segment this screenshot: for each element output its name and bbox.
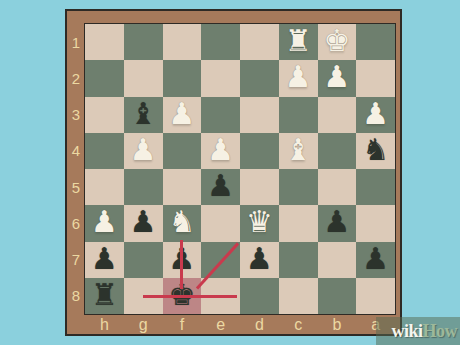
white-pawn-f3[interactable]: ♟ [168, 99, 195, 129]
square-b2[interactable]: ♟ [318, 60, 357, 96]
black-pawn-g6[interactable]: ♟ [130, 207, 157, 237]
white-knight-f6[interactable]: ♞ [168, 207, 195, 237]
square-c6[interactable] [279, 205, 318, 241]
square-g8[interactable] [124, 278, 163, 314]
square-e7[interactable] [201, 242, 240, 278]
white-pawn-e4[interactable]: ♟ [207, 135, 234, 165]
square-g5[interactable] [124, 169, 163, 205]
black-pawn-d7[interactable]: ♟ [246, 244, 273, 274]
square-g6[interactable]: ♟ [124, 205, 163, 241]
square-h7[interactable]: ♟ [85, 242, 124, 278]
white-pawn-c2[interactable]: ♟ [285, 62, 312, 92]
black-pawn-e5[interactable]: ♟ [207, 171, 234, 201]
black-bishop-g3[interactable]: ♝ [130, 99, 157, 129]
square-b8[interactable] [318, 278, 357, 314]
file-label-d: d [240, 314, 279, 335]
square-e3[interactable] [201, 97, 240, 133]
square-h6[interactable]: ♟ [85, 205, 124, 241]
rank-label-6: 6 [67, 205, 85, 241]
rank-label-7: 7 [67, 242, 85, 278]
square-a4[interactable]: ♞ [356, 133, 395, 169]
square-e6[interactable] [201, 205, 240, 241]
rank-label-1: 1 [67, 24, 85, 60]
file-label-e: e [201, 314, 240, 335]
rank-label-8: 8 [67, 278, 85, 314]
square-f5[interactable] [163, 169, 202, 205]
square-c8[interactable] [279, 278, 318, 314]
square-f6[interactable]: ♞ [163, 205, 202, 241]
black-pawn-f7[interactable]: ♟ [168, 244, 195, 274]
watermark-how-text: How [423, 321, 458, 342]
square-h2[interactable] [85, 60, 124, 96]
square-a6[interactable] [356, 205, 395, 241]
square-c7[interactable] [279, 242, 318, 278]
file-label-h: h [85, 314, 124, 335]
square-d7[interactable]: ♟ [240, 242, 279, 278]
black-pawn-a7[interactable]: ♟ [362, 244, 389, 274]
square-e8[interactable] [201, 278, 240, 314]
file-label-g: g [124, 314, 163, 335]
white-pawn-b2[interactable]: ♟ [323, 62, 350, 92]
watermark-wiki-text: wiki [391, 321, 422, 342]
square-b3[interactable] [318, 97, 357, 133]
file-label-f: f [163, 314, 202, 335]
square-e1[interactable] [201, 24, 240, 60]
square-g2[interactable] [124, 60, 163, 96]
file-label-b: b [318, 314, 357, 335]
white-rook-c1[interactable]: ♜ [285, 26, 312, 56]
square-d6[interactable]: ♛ [240, 205, 279, 241]
square-h4[interactable] [85, 133, 124, 169]
square-b6[interactable]: ♟ [318, 205, 357, 241]
square-d3[interactable] [240, 97, 279, 133]
chess-diagram: 12345678 ♜♚♟♟♝♟♟♟♟♝♞♟♟♟♞♛♟♟♟♟♟♜♚ hgfedcb… [0, 0, 460, 345]
white-king-b1[interactable]: ♚ [323, 26, 350, 56]
square-a8[interactable] [356, 278, 395, 314]
white-pawn-h6[interactable]: ♟ [91, 207, 118, 237]
square-g7[interactable] [124, 242, 163, 278]
rank-label-3: 3 [67, 97, 85, 133]
black-pawn-b6[interactable]: ♟ [323, 207, 350, 237]
square-d4[interactable] [240, 133, 279, 169]
square-a7[interactable]: ♟ [356, 242, 395, 278]
board: ♜♚♟♟♝♟♟♟♟♝♞♟♟♟♞♛♟♟♟♟♟♜♚ [85, 24, 395, 314]
square-f8[interactable]: ♚ [163, 278, 202, 314]
white-queen-d6[interactable]: ♛ [246, 207, 273, 237]
white-pawn-a3[interactable]: ♟ [362, 99, 389, 129]
square-d2[interactable] [240, 60, 279, 96]
square-f1[interactable] [163, 24, 202, 60]
square-f2[interactable] [163, 60, 202, 96]
square-c4[interactable]: ♝ [279, 133, 318, 169]
rank-label-2: 2 [67, 60, 85, 96]
square-e2[interactable] [201, 60, 240, 96]
square-a1[interactable] [356, 24, 395, 60]
square-f4[interactable] [163, 133, 202, 169]
white-bishop-c4[interactable]: ♝ [285, 135, 312, 165]
black-king-f8[interactable]: ♚ [168, 280, 195, 310]
rank-labels: 12345678 [67, 24, 85, 314]
square-f3[interactable]: ♟ [163, 97, 202, 133]
square-d8[interactable] [240, 278, 279, 314]
square-d1[interactable] [240, 24, 279, 60]
square-h5[interactable] [85, 169, 124, 205]
square-a3[interactable]: ♟ [356, 97, 395, 133]
square-e4[interactable]: ♟ [201, 133, 240, 169]
board-frame: 12345678 ♜♚♟♟♝♟♟♟♟♝♞♟♟♟♞♛♟♟♟♟♟♜♚ hgfedcb… [65, 9, 402, 336]
white-pawn-g4[interactable]: ♟ [130, 135, 157, 165]
wikihow-watermark: wikiHow [376, 317, 460, 345]
square-h1[interactable] [85, 24, 124, 60]
square-b5[interactable] [318, 169, 357, 205]
square-c3[interactable] [279, 97, 318, 133]
square-b7[interactable] [318, 242, 357, 278]
square-c2[interactable]: ♟ [279, 60, 318, 96]
square-g3[interactable]: ♝ [124, 97, 163, 133]
rank-label-4: 4 [67, 133, 85, 169]
black-rook-h8[interactable]: ♜ [91, 280, 118, 310]
square-g1[interactable] [124, 24, 163, 60]
square-h8[interactable]: ♜ [85, 278, 124, 314]
square-b1[interactable]: ♚ [318, 24, 357, 60]
square-a5[interactable] [356, 169, 395, 205]
black-pawn-h7[interactable]: ♟ [91, 244, 118, 274]
square-c1[interactable]: ♜ [279, 24, 318, 60]
square-b4[interactable] [318, 133, 357, 169]
square-d5[interactable] [240, 169, 279, 205]
black-knight-a4[interactable]: ♞ [362, 135, 389, 165]
square-f7[interactable]: ♟ [163, 242, 202, 278]
square-c5[interactable] [279, 169, 318, 205]
file-labels: hgfedcba [85, 314, 395, 335]
square-a2[interactable] [356, 60, 395, 96]
file-label-c: c [279, 314, 318, 335]
rank-label-5: 5 [67, 169, 85, 205]
square-g4[interactable]: ♟ [124, 133, 163, 169]
square-e5[interactable]: ♟ [201, 169, 240, 205]
square-h3[interactable] [85, 97, 124, 133]
